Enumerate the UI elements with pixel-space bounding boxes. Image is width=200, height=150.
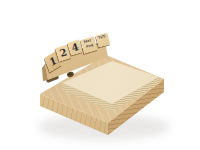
product-photo-scene: 1 2 4 Mar Aug TUE: [0, 0, 200, 150]
weekday-label: TUE: [98, 34, 107, 39]
weekday-block: TUE: [96, 33, 111, 48]
date-digit-side: 1: [48, 55, 58, 68]
date-digit-ones: 4: [70, 42, 80, 54]
date-digit-tens: 2: [59, 47, 69, 59]
month-label-bottom: Aug: [85, 43, 93, 48]
